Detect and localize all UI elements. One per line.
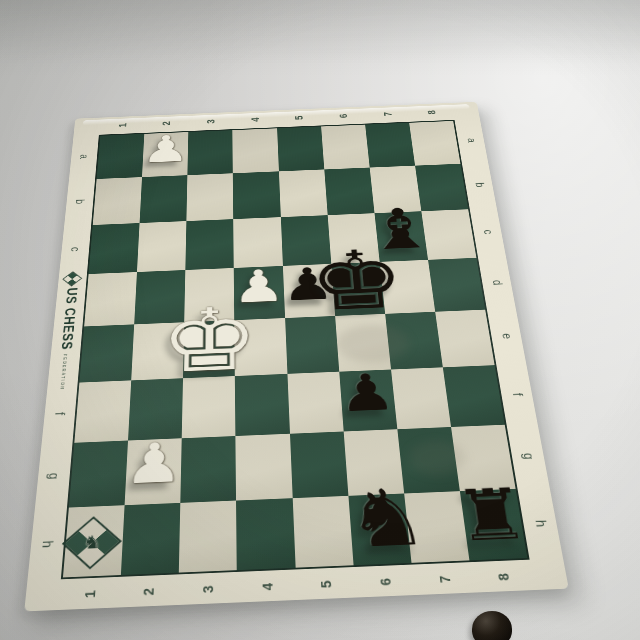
square-f2 bbox=[128, 378, 183, 440]
square-h8: ♜ bbox=[460, 489, 528, 561]
white-pawn-g2: ♟ bbox=[124, 435, 184, 492]
square-e3: ♚ bbox=[183, 320, 235, 378]
square-e2 bbox=[131, 322, 184, 380]
square-a7 bbox=[365, 123, 415, 168]
square-d6: ♚ bbox=[331, 262, 385, 316]
square-b4 bbox=[233, 171, 280, 219]
rank-label-right-h: h bbox=[532, 520, 550, 528]
square-c2 bbox=[137, 221, 187, 272]
file-label-top-2: 2 bbox=[159, 121, 172, 126]
file-label-top-6: 6 bbox=[336, 114, 349, 119]
square-d8 bbox=[428, 258, 485, 312]
brand-subname: FEDERATION bbox=[59, 354, 68, 390]
square-e8 bbox=[435, 310, 495, 368]
rank-label-left-b: b bbox=[73, 199, 87, 204]
file-label-bottom-1: 1 bbox=[80, 590, 97, 598]
square-c8 bbox=[421, 209, 476, 260]
chess-board: ♟♝♟♟♚♚♟♟♞♞♜ 11aa22bb33cc44d55e66ff77gg88… bbox=[24, 102, 569, 612]
rank-label-right-b: b bbox=[473, 182, 487, 187]
square-d3 bbox=[184, 268, 234, 322]
square-d1 bbox=[84, 272, 137, 326]
square-g2: ♟ bbox=[125, 438, 182, 505]
file-label-bottom-4: 4 bbox=[258, 583, 275, 591]
square-c6 bbox=[327, 213, 379, 264]
square-a6 bbox=[321, 125, 370, 170]
rank-label-right-g: g bbox=[520, 453, 537, 460]
square-d7 bbox=[379, 260, 435, 314]
white-pawn-a2: ♟ bbox=[141, 130, 190, 169]
us-chess-corner-logo-icon: ♞ bbox=[62, 516, 122, 569]
rank-label-right-d: d bbox=[490, 280, 505, 286]
square-a2: ♟ bbox=[142, 132, 188, 177]
file-label-top-3: 3 bbox=[204, 119, 217, 124]
us-chess-brand: US CHESS FEDERATION bbox=[53, 273, 81, 390]
square-h1: ♞ bbox=[63, 505, 125, 577]
square-c7: ♝ bbox=[374, 211, 428, 262]
square-h4 bbox=[236, 498, 295, 570]
black-pawn-d5: ♟ bbox=[281, 261, 336, 307]
file-label-top-8: 8 bbox=[424, 110, 437, 115]
file-label-bottom-7: 7 bbox=[435, 575, 453, 583]
square-b5 bbox=[279, 169, 328, 217]
file-label-top-7: 7 bbox=[380, 112, 393, 117]
file-label-top-5: 5 bbox=[292, 115, 305, 120]
square-b7 bbox=[369, 166, 421, 214]
square-b1 bbox=[93, 177, 142, 225]
photo-of-chess-game: { "game": "chess", "position": "7r/2b5/3… bbox=[0, 0, 640, 640]
rank-label-left-a: a bbox=[78, 154, 91, 159]
square-b8 bbox=[415, 164, 468, 211]
file-label-bottom-3: 3 bbox=[199, 585, 216, 593]
square-c5 bbox=[280, 215, 331, 266]
square-f4 bbox=[235, 374, 289, 436]
square-g3 bbox=[181, 436, 237, 503]
square-a4 bbox=[233, 128, 279, 173]
rank-label-right-a: a bbox=[465, 138, 479, 143]
square-c4 bbox=[234, 217, 283, 268]
square-g6 bbox=[343, 429, 404, 496]
square-a1 bbox=[97, 134, 145, 179]
square-b2 bbox=[140, 175, 188, 223]
us-chess-knight-logo-icon bbox=[63, 271, 83, 286]
rank-label-right-e: e bbox=[499, 333, 515, 339]
square-h5 bbox=[292, 496, 353, 568]
square-g1 bbox=[69, 441, 128, 508]
rank-label-left-c: c bbox=[68, 247, 82, 252]
square-e4 bbox=[235, 318, 287, 376]
file-label-bottom-5: 5 bbox=[317, 580, 334, 588]
rank-label-right-c: c bbox=[481, 230, 496, 235]
square-f7 bbox=[391, 367, 451, 429]
black-pawn-f6: ♟ bbox=[337, 367, 397, 420]
rank-label-left-h: h bbox=[39, 540, 56, 548]
square-f6: ♟ bbox=[339, 370, 397, 432]
file-label-top-1: 1 bbox=[115, 123, 128, 128]
file-label-bottom-8: 8 bbox=[494, 573, 512, 581]
file-label-bottom-2: 2 bbox=[140, 588, 157, 596]
square-h2 bbox=[121, 503, 181, 575]
square-a5 bbox=[277, 126, 324, 171]
square-b3 bbox=[187, 173, 234, 221]
rank-label-left-g: g bbox=[46, 473, 62, 480]
square-e1 bbox=[79, 324, 134, 382]
knight-logo-glyph: ♞ bbox=[83, 531, 103, 552]
square-f5 bbox=[287, 372, 343, 434]
square-h6: ♞ bbox=[348, 494, 411, 566]
playing-area: ♟♝♟♟♚♚♟♟♞♞♜ bbox=[61, 120, 530, 579]
square-e5 bbox=[285, 316, 339, 374]
rank-label-left-f: f bbox=[52, 412, 67, 416]
square-d4: ♟ bbox=[234, 266, 285, 320]
square-f1 bbox=[74, 380, 131, 442]
brand-name: US CHESS bbox=[57, 288, 80, 351]
captured-black-piece bbox=[472, 611, 512, 640]
square-c3 bbox=[186, 219, 234, 270]
rank-label-right-f: f bbox=[510, 392, 526, 396]
square-g4 bbox=[236, 434, 293, 501]
white-pawn-d4: ♟ bbox=[233, 263, 286, 309]
file-label-bottom-6: 6 bbox=[376, 578, 394, 586]
square-a8 bbox=[409, 121, 460, 166]
square-b6 bbox=[324, 168, 374, 216]
square-h7 bbox=[404, 491, 469, 563]
square-h3 bbox=[179, 501, 237, 573]
file-label-top-4: 4 bbox=[248, 117, 261, 122]
square-d2 bbox=[134, 270, 185, 324]
square-g5 bbox=[290, 431, 349, 498]
square-c1 bbox=[89, 223, 140, 274]
square-d5: ♟ bbox=[282, 264, 334, 318]
square-f8 bbox=[443, 365, 505, 427]
square-a3 bbox=[188, 130, 233, 175]
square-f3 bbox=[182, 376, 236, 438]
